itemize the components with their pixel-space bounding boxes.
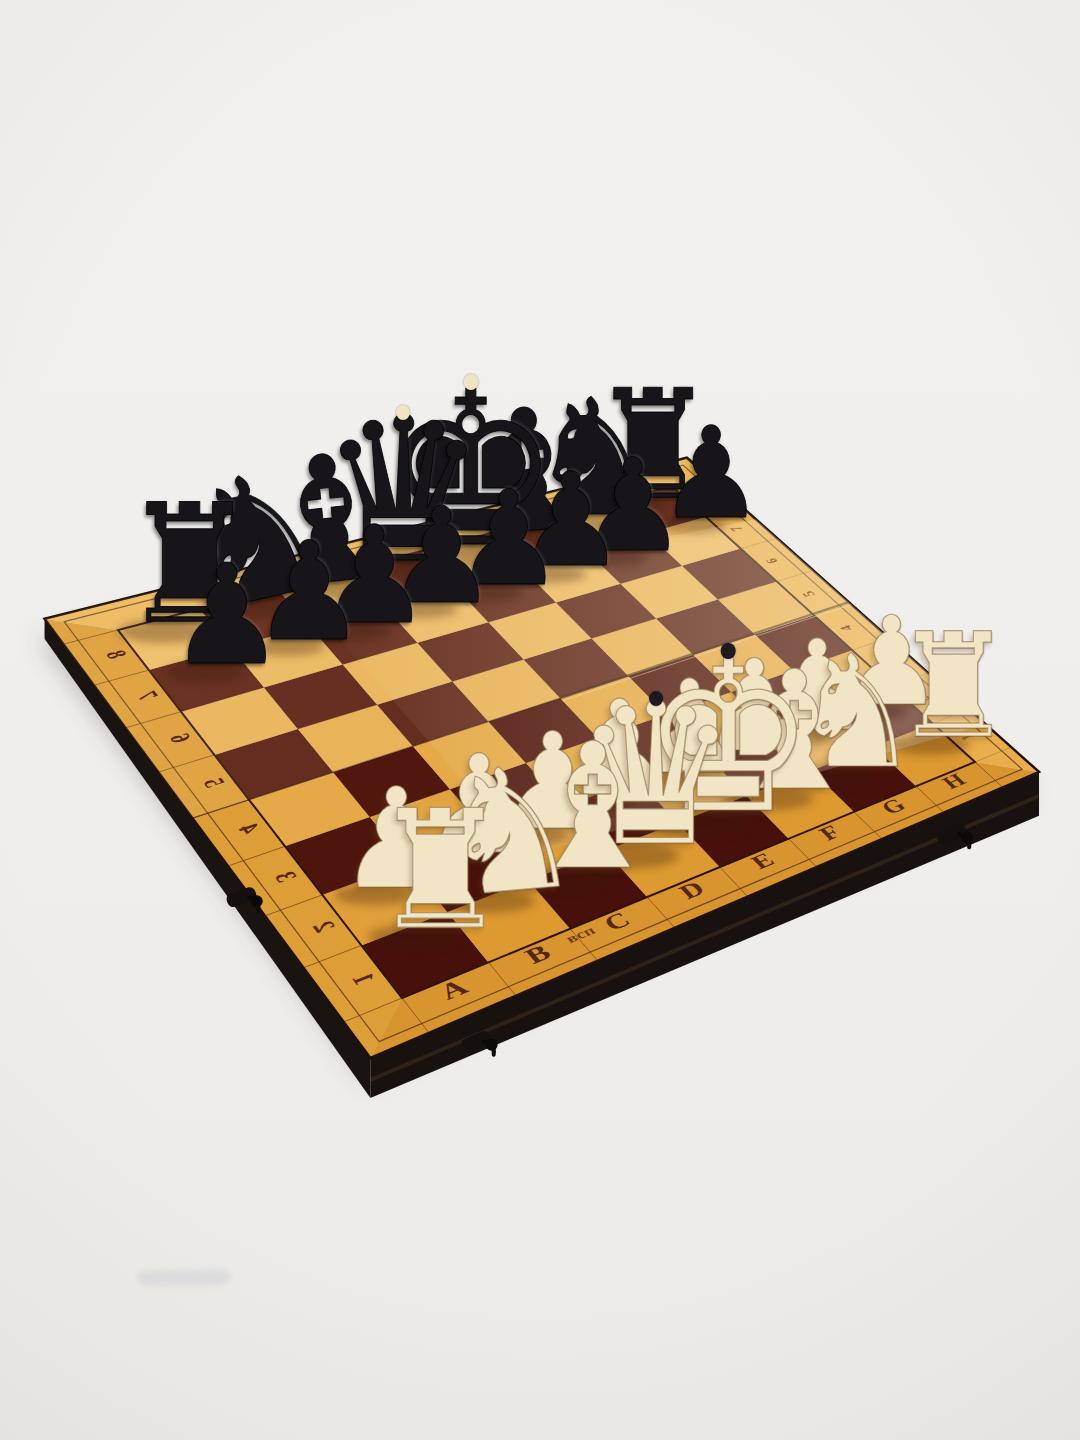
- chess-board: ABCDEFGH1122334455667788всп: [0, 0, 1080, 1440]
- product-photo-stage: ABCDEFGH1122334455667788всп ♜♞♟♝♟♚♛♟♝♟♞♟…: [0, 0, 1080, 1440]
- background-smudge: [138, 1269, 230, 1286]
